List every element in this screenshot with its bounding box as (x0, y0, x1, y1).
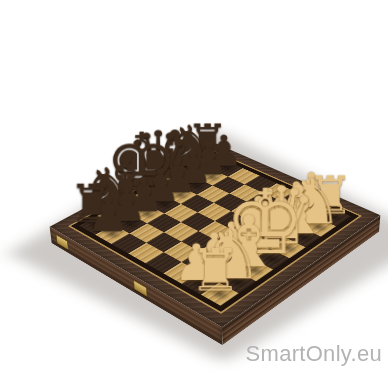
chess-board-3d: ♜♟♞♟♝♟♛♟♚♟♝♟♟♞♜♟♟♜♞♟♟♝♟♛♟♚♟♝♟♞♟♜ (50, 141, 381, 328)
product-photo: ♜♟♞♟♝♟♛♟♚♟♝♟♟♞♜♟♟♜♞♟♟♝♟♛♟♚♟♝♟♞♟♜ SmartOn… (0, 0, 388, 388)
brass-hinge (56, 234, 69, 250)
rook-glyph: ♜ (189, 245, 241, 297)
watermark: SmartOnly.eu (246, 341, 382, 367)
perspective-wrapper: ♜♟♞♟♝♟♛♟♚♟♝♟♟♞♜♟♟♜♞♟♟♝♟♛♟♚♟♝♟♞♟♜ (0, 0, 388, 388)
brass-hinge (133, 280, 147, 297)
pawn-glyph: ♟ (87, 194, 129, 236)
